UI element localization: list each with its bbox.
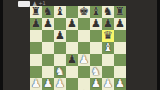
square-f5[interactable] — [90, 42, 102, 54]
square-a6[interactable] — [30, 30, 42, 42]
square-g2[interactable]: ♟ — [102, 78, 114, 90]
letterbox-left — [0, 0, 3, 90]
square-e7[interactable] — [78, 18, 90, 30]
square-d3[interactable] — [66, 66, 78, 78]
square-e3[interactable] — [78, 66, 90, 78]
square-g4[interactable] — [102, 54, 114, 66]
player-avatar[interactable] — [18, 1, 30, 7]
square-c8[interactable]: ♝ — [54, 6, 66, 18]
piece-wP-g2[interactable]: ♟ — [103, 78, 113, 90]
square-e6[interactable] — [78, 30, 90, 42]
square-b2[interactable]: ♟ — [42, 78, 54, 90]
square-a7[interactable]: ♟ — [30, 18, 42, 30]
square-h5[interactable] — [114, 42, 126, 54]
piece-bP-b7[interactable]: ♟ — [43, 18, 53, 30]
square-d7[interactable]: ♟ — [66, 18, 78, 30]
piece-bP-f7[interactable]: ♟ — [91, 18, 101, 30]
piece-bK-e8[interactable]: ♚ — [79, 6, 89, 18]
square-c6[interactable]: ♟ — [54, 30, 66, 42]
piece-bB-c8[interactable]: ♝ — [55, 6, 65, 18]
square-b4[interactable] — [42, 54, 54, 66]
piece-bP-d7[interactable]: ♟ — [67, 18, 77, 30]
piece-wB-g5[interactable]: ♝ — [103, 42, 113, 54]
piece-wP-c2[interactable]: ♟ — [55, 78, 65, 90]
piece-bP-a7[interactable]: ♟ — [31, 18, 41, 30]
square-c2[interactable]: ♟ — [54, 78, 66, 90]
square-a5[interactable] — [30, 42, 42, 54]
square-b7[interactable]: ♟ — [42, 18, 54, 30]
video-frame: ♟ +1 ♜♞♝♚♝♞♜♟♟♟♟♟♟♟♛♝♟♟♞♞♟♟♟♟♟♟♜♛♚♝♜ — [0, 0, 160, 90]
piece-wP-e4[interactable]: ♟ — [79, 54, 89, 66]
piece-bP-d4[interactable]: ♟ — [67, 54, 77, 66]
square-b5[interactable] — [42, 42, 54, 54]
square-a4[interactable] — [30, 54, 42, 66]
square-f6[interactable] — [90, 30, 102, 42]
piece-bP-h7[interactable]: ♟ — [115, 18, 125, 30]
square-b6[interactable] — [42, 30, 54, 42]
piece-wP-b2[interactable]: ♟ — [43, 78, 53, 90]
square-d4[interactable]: ♟ — [66, 54, 78, 66]
letterbox-right — [157, 0, 160, 90]
square-h7[interactable]: ♟ — [114, 18, 126, 30]
square-d6[interactable] — [66, 30, 78, 42]
square-g5[interactable]: ♝ — [102, 42, 114, 54]
square-f7[interactable]: ♟ — [90, 18, 102, 30]
square-e4[interactable]: ♟ — [78, 54, 90, 66]
square-c5[interactable] — [54, 42, 66, 54]
square-h4[interactable] — [114, 54, 126, 66]
square-h6[interactable] — [114, 30, 126, 42]
chess-board[interactable]: ♜♞♝♚♝♞♜♟♟♟♟♟♟♟♛♝♟♟♞♞♟♟♟♟♟♟♜♛♚♝♜ — [30, 6, 126, 90]
square-e8[interactable]: ♚ — [78, 6, 90, 18]
piece-bP-c6[interactable]: ♟ — [55, 30, 65, 42]
